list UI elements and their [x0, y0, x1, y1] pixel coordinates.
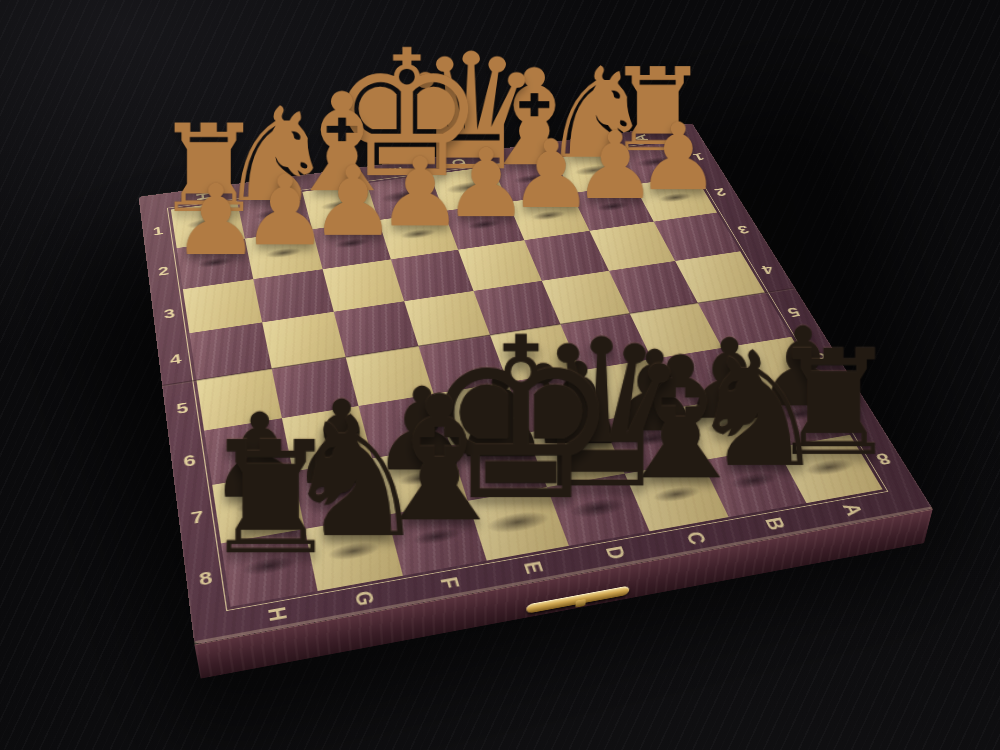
clasp-hook: [575, 599, 585, 608]
photo-scene: 11HH22GG33FF44EE55DD66CC77BB88AA ♜♞♝♚♛♝♞…: [0, 0, 1000, 750]
black-rook-glyph: ♜: [117, 420, 424, 576]
white-pawn-glyph: ♟: [92, 171, 339, 269]
